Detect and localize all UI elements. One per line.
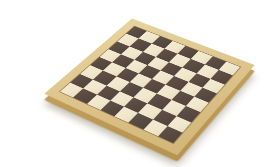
product-photo-chessboard: [0, 0, 270, 167]
board-squares: [59, 26, 242, 145]
chess-board: [44, 18, 254, 155]
